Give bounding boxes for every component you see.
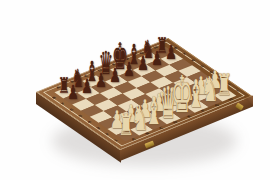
piece-white-rook-h1[interactable]: ♜ xyxy=(215,70,231,100)
piece-black-pawn-a7[interactable]: ♟ xyxy=(67,82,79,101)
piece-black-pawn-c7[interactable]: ♟ xyxy=(95,71,107,90)
chess-set-photo: AA88BB77CC66DD55EE44FF33GG22HH11 ♜♞♝♛♚♝♞… xyxy=(0,0,270,180)
piece-black-pawn-g7[interactable]: ♟ xyxy=(151,48,163,67)
piece-black-pawn-h7[interactable]: ♟ xyxy=(165,42,177,61)
pieces-layer: ♜♞♝♛♚♝♞♜♟♟♟♟♟♟♟♟♟♟♟♟♟♟♟♟♜♞♝♛♚♝♞♜ xyxy=(0,0,270,180)
piece-black-pawn-d7[interactable]: ♟ xyxy=(109,65,121,84)
piece-black-pawn-e7[interactable]: ♟ xyxy=(123,60,135,79)
piece-black-pawn-b7[interactable]: ♟ xyxy=(81,77,93,96)
piece-black-pawn-f7[interactable]: ♟ xyxy=(137,54,149,73)
